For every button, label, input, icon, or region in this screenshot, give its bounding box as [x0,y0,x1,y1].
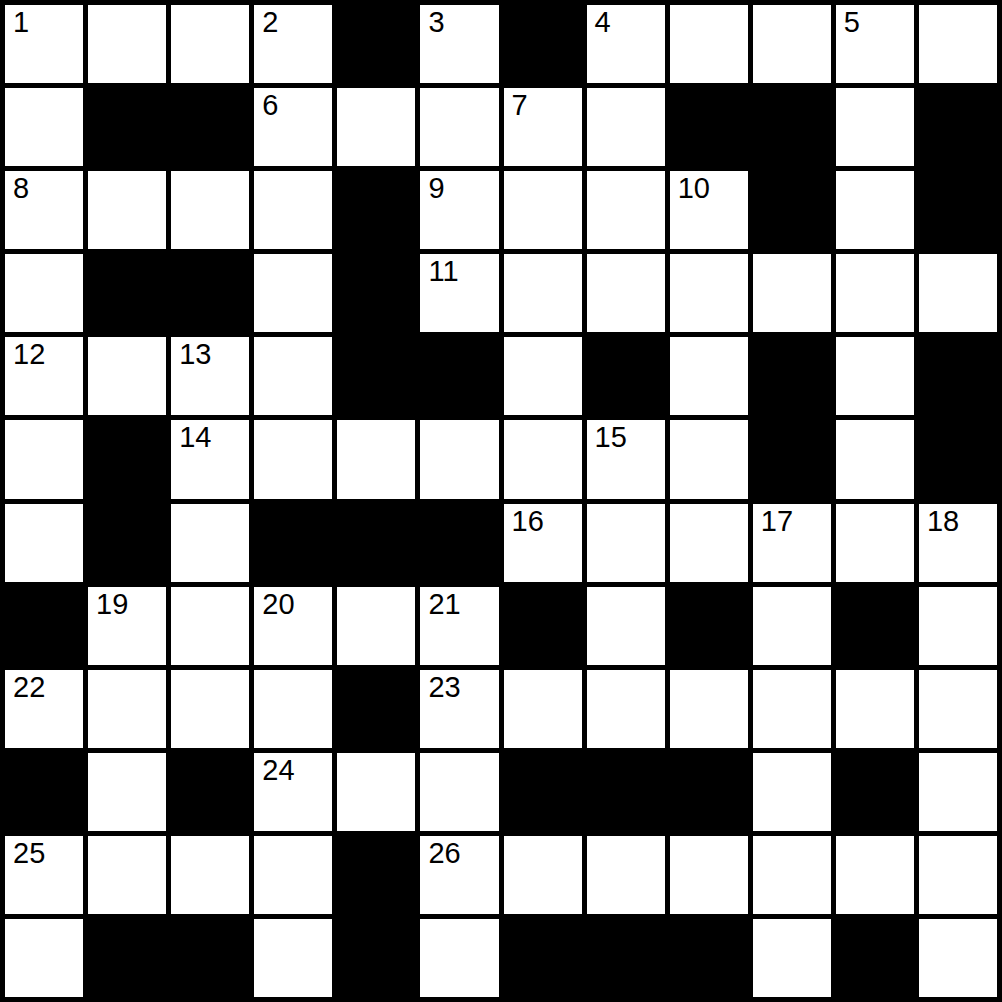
clue-number: 12 [13,338,45,371]
blocked-cell [337,670,415,748]
crossword-cell[interactable] [836,420,914,498]
crossword-cell[interactable] [504,670,582,748]
crossword-cell[interactable] [171,5,249,83]
crossword-cell[interactable] [836,836,914,914]
crossword-cell[interactable]: 7 [504,88,582,166]
crossword-cell[interactable] [919,5,997,83]
clue-number: 15 [595,421,627,454]
crossword-cell[interactable]: 23 [420,670,498,748]
crossword-cell[interactable] [171,171,249,249]
crossword-cell[interactable] [836,88,914,166]
crossword-cell[interactable] [836,670,914,748]
crossword-cell[interactable]: 17 [753,504,831,582]
clue-number: 26 [428,837,460,870]
clue-number: 21 [428,588,460,621]
crossword-cell[interactable] [88,753,166,831]
crossword-cell[interactable] [919,753,997,831]
clue-number: 8 [13,172,29,205]
clue-number: 17 [761,505,793,538]
crossword-cell[interactable] [5,254,83,332]
crossword-cell[interactable] [337,753,415,831]
crossword-cell[interactable]: 16 [504,504,582,582]
blocked-cell [5,587,83,665]
crossword-cell[interactable] [587,587,665,665]
crossword-cell[interactable]: 13 [171,337,249,415]
crossword-cell[interactable] [670,836,748,914]
crossword-cell[interactable]: 26 [420,836,498,914]
crossword-cell[interactable]: 10 [670,171,748,249]
blocked-cell [337,171,415,249]
crossword-cell[interactable]: 12 [5,337,83,415]
crossword-cell[interactable] [420,919,498,997]
crossword-cell[interactable] [587,254,665,332]
crossword-cell[interactable]: 24 [254,753,332,831]
crossword-cell[interactable] [587,88,665,166]
crossword-cell[interactable] [587,836,665,914]
clue-number: 22 [13,671,45,704]
clue-number: 23 [428,671,460,704]
crossword-cell[interactable] [753,5,831,83]
crossword-cell[interactable] [254,254,332,332]
crossword-cell[interactable] [504,337,582,415]
crossword-cell[interactable] [420,420,498,498]
crossword-cell[interactable]: 9 [420,171,498,249]
clue-number: 13 [179,338,211,371]
blocked-cell [337,5,415,83]
blocked-cell [919,171,997,249]
crossword-cell[interactable] [254,919,332,997]
crossword-cell[interactable] [753,836,831,914]
crossword-cell[interactable] [254,171,332,249]
blocked-cell [753,337,831,415]
blocked-cell [504,587,582,665]
blocked-cell [5,753,83,831]
crossword-cell[interactable] [836,504,914,582]
crossword-cell[interactable] [836,337,914,415]
crossword-cell[interactable] [504,171,582,249]
crossword-cell[interactable] [254,670,332,748]
blocked-cell [504,919,582,997]
crossword-cell[interactable]: 8 [5,171,83,249]
crossword-cell[interactable] [919,587,997,665]
clue-number: 19 [96,588,128,621]
crossword-cell[interactable] [836,254,914,332]
crossword-cell[interactable] [337,587,415,665]
blocked-cell [171,254,249,332]
blocked-cell [670,753,748,831]
crossword-cell[interactable] [171,836,249,914]
blocked-cell [504,753,582,831]
blocked-cell [587,753,665,831]
blocked-cell [88,254,166,332]
crossword-cell[interactable] [171,670,249,748]
crossword-cell[interactable]: 22 [5,670,83,748]
crossword-cell[interactable] [5,88,83,166]
crossword-cell[interactable] [88,5,166,83]
blocked-cell [670,88,748,166]
clue-number: 24 [262,754,294,787]
crossword-cell[interactable] [5,919,83,997]
crossword-cell[interactable]: 4 [587,5,665,83]
blocked-cell [504,5,582,83]
crossword-cell[interactable] [5,504,83,582]
blocked-cell [337,337,415,415]
crossword-cell[interactable] [171,587,249,665]
blocked-cell [88,420,166,498]
blocked-cell [337,254,415,332]
blocked-cell [420,504,498,582]
crossword-cell[interactable]: 21 [420,587,498,665]
clue-number: 14 [179,421,211,454]
blocked-cell [420,337,498,415]
crossword-cell[interactable] [504,836,582,914]
crossword-cell[interactable] [504,420,582,498]
clue-number: 9 [428,172,444,205]
blocked-cell [836,753,914,831]
clue-number: 20 [262,588,294,621]
clue-number: 7 [512,89,528,122]
blocked-cell [836,587,914,665]
crossword-grid: 1234567891011121314151617181920212223242… [0,0,1002,1002]
blocked-cell [254,504,332,582]
crossword-cell[interactable] [587,504,665,582]
crossword-cell[interactable]: 6 [254,88,332,166]
crossword-cell[interactable]: 14 [171,420,249,498]
crossword-cell[interactable]: 19 [88,587,166,665]
crossword-cell[interactable] [171,504,249,582]
crossword-cell[interactable]: 11 [420,254,498,332]
crossword-cell[interactable] [919,836,997,914]
crossword-cell[interactable] [88,171,166,249]
clue-number: 11 [428,255,458,288]
blocked-cell [587,337,665,415]
blocked-cell [670,919,748,997]
crossword-cell[interactable]: 25 [5,836,83,914]
crossword-cell[interactable] [5,420,83,498]
crossword-cell[interactable]: 18 [919,504,997,582]
clue-number: 5 [844,6,860,39]
crossword-cell[interactable] [88,670,166,748]
clue-number: 10 [678,172,710,205]
blocked-cell [919,420,997,498]
crossword-cell[interactable] [504,254,582,332]
crossword-cell[interactable]: 3 [420,5,498,83]
crossword-cell[interactable] [919,919,997,997]
crossword-cell[interactable] [670,254,748,332]
crossword-cell[interactable] [836,171,914,249]
crossword-cell[interactable] [753,670,831,748]
blocked-cell [337,836,415,914]
crossword-cell[interactable] [88,337,166,415]
crossword-cell[interactable]: 1 [5,5,83,83]
clue-number: 4 [595,6,611,39]
crossword-cell[interactable]: 15 [587,420,665,498]
crossword-cell[interactable]: 20 [254,587,332,665]
crossword-cell[interactable] [670,504,748,582]
blocked-cell [753,88,831,166]
clue-number: 1 [13,6,29,39]
crossword-cell[interactable] [254,337,332,415]
crossword-cell[interactable] [420,88,498,166]
crossword-cell[interactable] [670,420,748,498]
clue-number: 2 [262,6,278,39]
crossword-cell[interactable] [337,420,415,498]
crossword-cell[interactable] [88,836,166,914]
blocked-cell [171,919,249,997]
crossword-cell[interactable] [753,254,831,332]
blocked-cell [88,88,166,166]
crossword-cell[interactable] [753,587,831,665]
crossword-cell[interactable] [919,254,997,332]
crossword-cell[interactable] [670,337,748,415]
crossword-cell[interactable] [919,670,997,748]
crossword-cell[interactable] [420,753,498,831]
blocked-cell [88,504,166,582]
crossword-cell[interactable]: 5 [836,5,914,83]
clue-number: 25 [13,837,45,870]
blocked-cell [88,919,166,997]
crossword-cell[interactable] [670,5,748,83]
crossword-cell[interactable] [587,171,665,249]
blocked-cell [753,171,831,249]
blocked-cell [337,504,415,582]
crossword-cell[interactable]: 2 [254,5,332,83]
clue-number: 6 [262,89,278,122]
clue-number: 16 [512,505,544,538]
blocked-cell [919,337,997,415]
crossword-cell[interactable] [753,919,831,997]
crossword-cell[interactable] [337,88,415,166]
blocked-cell [836,919,914,997]
crossword-cell[interactable] [753,753,831,831]
crossword-cell[interactable] [254,836,332,914]
blocked-cell [171,753,249,831]
crossword-cell[interactable] [670,670,748,748]
blocked-cell [587,919,665,997]
crossword-cell[interactable] [254,420,332,498]
blocked-cell [171,88,249,166]
blocked-cell [337,919,415,997]
blocked-cell [753,420,831,498]
crossword-cell[interactable] [587,670,665,748]
blocked-cell [670,587,748,665]
clue-number: 3 [428,6,444,39]
blocked-cell [919,88,997,166]
clue-number: 18 [927,505,959,538]
